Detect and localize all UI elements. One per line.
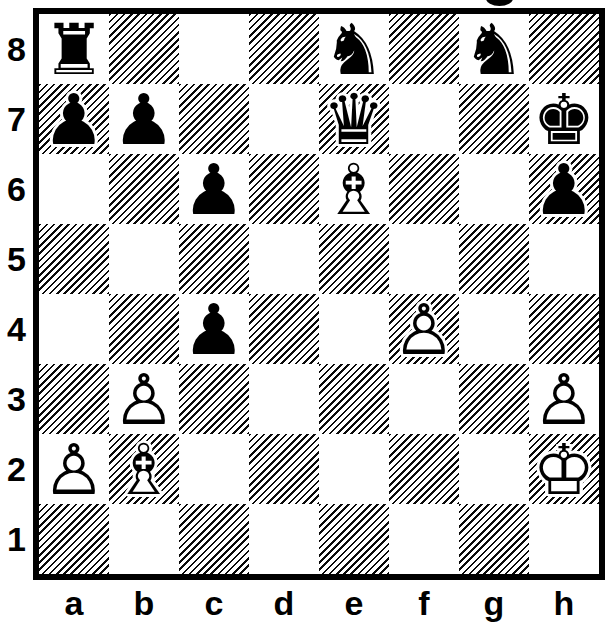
square-d1 bbox=[249, 504, 319, 574]
white-pawn-h3: ♟♙ bbox=[529, 364, 599, 434]
rank-label-3: 3 bbox=[0, 364, 33, 434]
white-bishop-b2: ♝♗ bbox=[109, 434, 179, 504]
file-label-a: a bbox=[39, 581, 109, 626]
square-a1 bbox=[39, 504, 109, 574]
white-bishop-glyph: ♗ bbox=[319, 154, 389, 224]
black-pawn-c4: ♟♟ bbox=[179, 294, 249, 364]
square-e5 bbox=[319, 224, 389, 294]
square-d4 bbox=[249, 294, 319, 364]
white-pawn-glyph: ♙ bbox=[39, 434, 109, 504]
square-b6 bbox=[109, 154, 179, 224]
square-f5 bbox=[389, 224, 459, 294]
white-pawn-a2: ♟♙ bbox=[39, 434, 109, 504]
square-f7 bbox=[389, 84, 459, 154]
white-pawn-f4: ♟♙ bbox=[389, 294, 459, 364]
file-label-h: h bbox=[529, 581, 599, 626]
square-e6: ♝♗ bbox=[319, 154, 389, 224]
square-a3 bbox=[39, 364, 109, 434]
black-king-glyph: ♚ bbox=[529, 84, 599, 154]
square-a6 bbox=[39, 154, 109, 224]
square-c8 bbox=[179, 14, 249, 84]
square-h5 bbox=[529, 224, 599, 294]
square-c3 bbox=[179, 364, 249, 434]
square-e1 bbox=[319, 504, 389, 574]
cropped-caption-letter-artifact bbox=[486, 0, 513, 6]
square-g3 bbox=[459, 364, 529, 434]
file-label-f: f bbox=[389, 581, 459, 626]
rank-label-2: 2 bbox=[0, 434, 33, 504]
square-a7: ♟♟ bbox=[39, 84, 109, 154]
file-label-b: b bbox=[109, 581, 179, 626]
square-g7 bbox=[459, 84, 529, 154]
white-bishop-glyph: ♗ bbox=[109, 434, 179, 504]
square-f2 bbox=[389, 434, 459, 504]
rank-label-4: 4 bbox=[0, 294, 33, 364]
square-d8 bbox=[249, 14, 319, 84]
black-pawn-b7: ♟♟ bbox=[109, 84, 179, 154]
square-f8 bbox=[389, 14, 459, 84]
black-queen-glyph: ♛ bbox=[319, 84, 389, 154]
square-b5 bbox=[109, 224, 179, 294]
file-labels: abcdefgh bbox=[39, 581, 599, 626]
square-h3: ♟♙ bbox=[529, 364, 599, 434]
square-g8: ♞♞ bbox=[459, 14, 529, 84]
square-h1 bbox=[529, 504, 599, 574]
rank-label-7: 7 bbox=[0, 84, 33, 154]
black-rook-a8: ♜♜ bbox=[39, 14, 109, 84]
black-knight-e8: ♞♞ bbox=[319, 14, 389, 84]
square-b7: ♟♟ bbox=[109, 84, 179, 154]
black-pawn-h6: ♟♟ bbox=[529, 154, 599, 224]
black-pawn-glyph: ♟ bbox=[109, 84, 179, 154]
chess-board: ♜♜♞♞♞♞♟♟♟♟♛♛♚♚♟♟♝♗♟♟♟♟♟♙♟♙♟♙♟♙♝♗♚♔ bbox=[33, 8, 605, 580]
white-king-glyph: ♔ bbox=[529, 434, 599, 504]
square-e2 bbox=[319, 434, 389, 504]
black-pawn-glyph: ♟ bbox=[179, 294, 249, 364]
black-pawn-a7: ♟♟ bbox=[39, 84, 109, 154]
square-h4 bbox=[529, 294, 599, 364]
black-pawn-glyph: ♟ bbox=[179, 154, 249, 224]
square-f4: ♟♙ bbox=[389, 294, 459, 364]
chess-diagram-page: 87654321 ♜♜♞♞♞♞♟♟♟♟♛♛♚♚♟♟♝♗♟♟♟♟♟♙♟♙♟♙♟♙♝… bbox=[0, 0, 612, 626]
white-pawn-b3: ♟♙ bbox=[109, 364, 179, 434]
square-a2: ♟♙ bbox=[39, 434, 109, 504]
square-d3 bbox=[249, 364, 319, 434]
square-b3: ♟♙ bbox=[109, 364, 179, 434]
square-a4 bbox=[39, 294, 109, 364]
square-h7: ♚♚ bbox=[529, 84, 599, 154]
square-e4 bbox=[319, 294, 389, 364]
white-pawn-glyph: ♙ bbox=[109, 364, 179, 434]
square-d7 bbox=[249, 84, 319, 154]
black-knight-glyph: ♞ bbox=[319, 14, 389, 84]
square-b4 bbox=[109, 294, 179, 364]
square-b1 bbox=[109, 504, 179, 574]
file-label-e: e bbox=[319, 581, 389, 626]
rank-label-5: 5 bbox=[0, 224, 33, 294]
black-knight-g8: ♞♞ bbox=[459, 14, 529, 84]
square-e3 bbox=[319, 364, 389, 434]
black-knight-glyph: ♞ bbox=[459, 14, 529, 84]
square-e8: ♞♞ bbox=[319, 14, 389, 84]
square-c5 bbox=[179, 224, 249, 294]
square-a5 bbox=[39, 224, 109, 294]
square-g1 bbox=[459, 504, 529, 574]
black-pawn-c6: ♟♟ bbox=[179, 154, 249, 224]
square-h8 bbox=[529, 14, 599, 84]
file-label-d: d bbox=[249, 581, 319, 626]
square-c2 bbox=[179, 434, 249, 504]
rank-label-6: 6 bbox=[0, 154, 33, 224]
file-label-g: g bbox=[459, 581, 529, 626]
square-f3 bbox=[389, 364, 459, 434]
white-pawn-glyph: ♙ bbox=[389, 294, 459, 364]
rank-labels: 87654321 bbox=[0, 14, 33, 574]
square-g5 bbox=[459, 224, 529, 294]
square-d5 bbox=[249, 224, 319, 294]
square-g2 bbox=[459, 434, 529, 504]
square-h2: ♚♔ bbox=[529, 434, 599, 504]
square-e7: ♛♛ bbox=[319, 84, 389, 154]
square-c7 bbox=[179, 84, 249, 154]
square-g6 bbox=[459, 154, 529, 224]
square-c6: ♟♟ bbox=[179, 154, 249, 224]
square-c4: ♟♟ bbox=[179, 294, 249, 364]
black-queen-e7: ♛♛ bbox=[319, 84, 389, 154]
black-pawn-glyph: ♟ bbox=[529, 154, 599, 224]
square-d6 bbox=[249, 154, 319, 224]
square-b8 bbox=[109, 14, 179, 84]
rank-label-1: 1 bbox=[0, 504, 33, 574]
square-b2: ♝♗ bbox=[109, 434, 179, 504]
file-label-c: c bbox=[179, 581, 249, 626]
square-g4 bbox=[459, 294, 529, 364]
square-a8: ♜♜ bbox=[39, 14, 109, 84]
square-f6 bbox=[389, 154, 459, 224]
rank-label-8: 8 bbox=[0, 14, 33, 84]
white-bishop-e6: ♝♗ bbox=[319, 154, 389, 224]
black-pawn-glyph: ♟ bbox=[39, 84, 109, 154]
black-king-h7: ♚♚ bbox=[529, 84, 599, 154]
square-f1 bbox=[389, 504, 459, 574]
square-c1 bbox=[179, 504, 249, 574]
white-pawn-glyph: ♙ bbox=[529, 364, 599, 434]
white-king-h2: ♚♔ bbox=[529, 434, 599, 504]
square-h6: ♟♟ bbox=[529, 154, 599, 224]
square-d2 bbox=[249, 434, 319, 504]
black-rook-glyph: ♜ bbox=[39, 14, 109, 84]
